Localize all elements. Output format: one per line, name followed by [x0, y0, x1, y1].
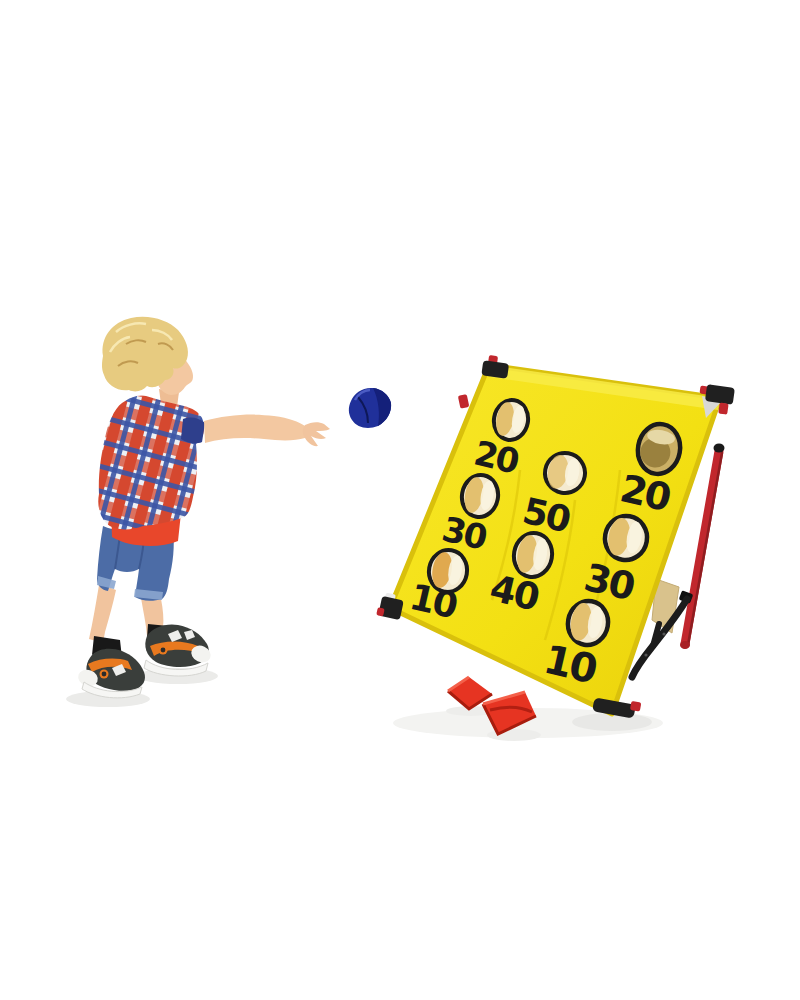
child-hand: [303, 422, 330, 446]
child-figure: [76, 317, 330, 698]
front-shoe-logo-center: [161, 648, 166, 653]
child-arm: [204, 415, 305, 443]
strap-hole-2: [644, 653, 647, 656]
blue-bean-bag: [349, 388, 391, 428]
child-plaid-shirt: [98, 395, 204, 529]
corner-bracket-top-left: [481, 354, 510, 378]
photo-canvas: 20 30 10 50 40 20 30 10: [0, 0, 800, 1000]
child-back-calf: [89, 585, 116, 643]
corner-b-red-nub: [630, 701, 641, 712]
strap-hole-1: [662, 632, 665, 635]
sleeve-cuff-navy: [181, 418, 205, 444]
left-leg-clip: [458, 394, 470, 409]
back-shoe-logo-center: [102, 672, 107, 677]
stand-leg-cap: [714, 444, 725, 453]
toss-board: 20 30 10 50 40 20 30 10: [376, 354, 735, 719]
stand-leg-tip: [680, 641, 690, 649]
corner-tr-red-bottom: [718, 402, 728, 414]
back-shoe: [76, 636, 145, 698]
product-photo: 20 30 10 50 40 20 30 10: [0, 0, 800, 1000]
